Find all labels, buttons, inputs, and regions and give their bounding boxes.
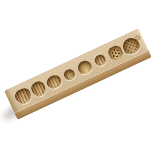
pit-5[interactable]: [76, 58, 94, 76]
pit-3[interactable]: [44, 72, 63, 90]
photo-stage: [0, 0, 160, 160]
pit-6[interactable]: [93, 53, 108, 68]
mancala-board: [4, 28, 152, 120]
pit-4[interactable]: [62, 67, 77, 82]
pit-2[interactable]: [29, 79, 48, 99]
board-surface: [4, 28, 149, 113]
